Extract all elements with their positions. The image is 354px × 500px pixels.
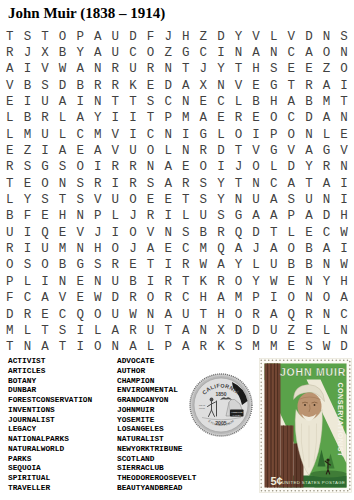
grid-cell: G [265, 143, 283, 159]
grid-cell: T [265, 225, 283, 241]
grid-cell: D [247, 323, 265, 339]
grid-cell: B [300, 241, 318, 257]
grid-cell: D [283, 159, 301, 175]
grid-cell: L [283, 225, 301, 241]
grid-cell: A [247, 208, 265, 224]
grid-cell: V [54, 290, 72, 306]
word-list-item: LOSANGELES [117, 425, 197, 435]
grid-cell: C [177, 241, 195, 257]
grid-cell: V [142, 225, 160, 241]
grid-cell: J [124, 241, 142, 257]
grid-cell: C [212, 94, 230, 110]
grid-cell: E [19, 176, 37, 192]
grid-cell: L [142, 339, 160, 355]
grid-cell: S [230, 339, 248, 355]
grid-cell: J [89, 225, 107, 241]
grid-cell: R [107, 61, 125, 77]
grid-cell: C [124, 45, 142, 61]
grid-cell: A [54, 94, 72, 110]
grid-cell: M [247, 339, 265, 355]
california-quarter-coin: YOSEMITE VALLEY JOHN MUIR CALIFORNIA 185… [189, 373, 253, 437]
grid-cell: J [230, 159, 248, 175]
grid-cell: E [283, 339, 301, 355]
grid-cell: T [1, 339, 19, 355]
grid-cell: S [283, 192, 301, 208]
grid-cell: R [142, 208, 160, 224]
grid-cell: U [124, 143, 142, 159]
grid-cell: L [230, 94, 248, 110]
grid-cell: J [247, 241, 265, 257]
grid-cell: A [265, 306, 283, 322]
grid-cell: N [177, 94, 195, 110]
grid-cell: O [318, 290, 336, 306]
grid-cell: C [265, 176, 283, 192]
worksheet-page: John Muir (1838 – 1914) TSTOPAUDFJHZDYVL… [0, 0, 354, 500]
coin-valley-text: VALLEY [232, 414, 241, 416]
grid-cell: Q [212, 241, 230, 257]
word-list-item: PARKS [8, 455, 92, 465]
grid-cell: R [1, 159, 19, 175]
grid-cell: S [212, 208, 230, 224]
grid-cell: R [318, 159, 336, 175]
grid-cell: C [335, 306, 353, 322]
grid-cell: U [107, 29, 125, 45]
grid-cell: S [195, 192, 213, 208]
grid-cell: R [124, 159, 142, 175]
grid-cell: V [247, 29, 265, 45]
grid-cell: D [1, 306, 19, 322]
grid-cell: T [335, 94, 353, 110]
grid-cell: A [36, 339, 54, 355]
grid-cell: S [71, 192, 89, 208]
grid-cell: O [89, 306, 107, 322]
grid-cell: F [1, 290, 19, 306]
grid-cell: S [177, 225, 195, 241]
grid-cell: A [283, 94, 301, 110]
grid-cell: Q [71, 306, 89, 322]
grid-cell: D [247, 225, 265, 241]
grid-cell: J [19, 45, 37, 61]
grid-cell: R [159, 274, 177, 290]
grid-cell: R [19, 306, 37, 322]
grid-cell: G [177, 45, 195, 61]
grid-cell: T [177, 61, 195, 77]
grid-cell: U [195, 208, 213, 224]
grid-cell: I [177, 127, 195, 143]
grid-cell: X [212, 323, 230, 339]
grid-cell: S [195, 176, 213, 192]
grid-cell: T [36, 323, 54, 339]
grid-cell: Z [19, 143, 37, 159]
grid-cell: C [195, 45, 213, 61]
grid-cell: A [159, 306, 177, 322]
grid-cell: D [300, 29, 318, 45]
grid-cell: I [36, 274, 54, 290]
grid-cell: R [195, 143, 213, 159]
grid-cell: I [71, 339, 89, 355]
grid-cell: P [159, 110, 177, 126]
grid-cell: P [89, 208, 107, 224]
grid-cell: U [1, 225, 19, 241]
grid-cell: E [71, 274, 89, 290]
grid-cell: W [54, 61, 72, 77]
grid-cell: M [318, 94, 336, 110]
word-list-item: ARTICLES [8, 367, 92, 377]
grid-cell: E [71, 143, 89, 159]
grid-cell: L [54, 127, 72, 143]
word-list-item: AUTHOR [117, 367, 197, 377]
grid-cell: V [89, 192, 107, 208]
grid-cell: S [89, 257, 107, 273]
grid-cell: Y [212, 61, 230, 77]
grid-cell: S [71, 176, 89, 192]
grid-cell: D [335, 339, 353, 355]
grid-cell: I [335, 176, 353, 192]
grid-cell: B [71, 78, 89, 94]
grid-cell: A [318, 110, 336, 126]
grid-cell: N [142, 159, 160, 175]
grid-cell: I [19, 94, 37, 110]
word-list-item: YOSEMITE [117, 416, 197, 426]
grid-cell: D [300, 110, 318, 126]
word-list-item: NEWYORKTRIBUNE [117, 445, 197, 455]
word-list-column-1: ACTIVISTARTICLESBOTANYDUNBARFORESTCONSER… [8, 357, 92, 494]
grid-cell: Y [300, 159, 318, 175]
grid-cell: I [89, 159, 107, 175]
grid-cell: T [195, 306, 213, 322]
grid-cell: E [159, 192, 177, 208]
grid-cell: R [142, 61, 160, 77]
grid-cell: R [107, 78, 125, 94]
word-list-item: SCOTLAND [117, 455, 197, 465]
word-list-item: NATURALIST [117, 435, 197, 445]
grid-cell: R [177, 257, 195, 273]
grid-cell: O [230, 306, 248, 322]
grid-cell: L [89, 323, 107, 339]
grid-cell: A [71, 61, 89, 77]
grid-cell: I [247, 127, 265, 143]
grid-cell: T [1, 29, 19, 45]
grid-cell: U [107, 45, 125, 61]
grid-cell: I [107, 225, 125, 241]
grid-cell: N [177, 143, 195, 159]
grid-cell: L [54, 110, 72, 126]
grid-cell: A [159, 159, 177, 175]
grid-cell: E [300, 225, 318, 241]
grid-cell: O [195, 159, 213, 175]
grid-cell: E [247, 110, 265, 126]
word-list-item: JOURNALIST [8, 416, 92, 426]
grid-cell: H [212, 306, 230, 322]
grid-cell: L [107, 208, 125, 224]
grid-cell: A [89, 143, 107, 159]
grid-cell: E [71, 290, 89, 306]
grid-cell: P [159, 339, 177, 355]
word-list-item: GRANDCANYON [117, 396, 197, 406]
grid-cell: Q [230, 225, 248, 241]
grid-cell: N [265, 45, 283, 61]
grid-cell: L [318, 127, 336, 143]
grid-cell: L [1, 127, 19, 143]
grid-cell: V [107, 127, 125, 143]
grid-cell: V [230, 78, 248, 94]
grid-cell: R [212, 274, 230, 290]
word-list-item: THEODOREROOSEVELT [117, 474, 197, 484]
grid-cell: T [36, 29, 54, 45]
grid-cell: E [142, 192, 160, 208]
grid-cell: O [107, 241, 125, 257]
grid-cell: E [159, 241, 177, 257]
grid-cell: O [230, 274, 248, 290]
grid-cell: R [247, 306, 265, 322]
grid-cell: G [71, 257, 89, 273]
grid-cell: O [283, 127, 301, 143]
stamp-title-text: JOHN MUIR [280, 366, 346, 378]
grid-cell: T [159, 323, 177, 339]
grid-cell: J [195, 61, 213, 77]
grid-cell: H [335, 208, 353, 224]
grid-cell: E [142, 78, 160, 94]
word-list-item: JOHNMUIR [117, 406, 197, 416]
grid-cell: N [335, 45, 353, 61]
grid-cell: I [36, 143, 54, 159]
grid-cell: E [36, 208, 54, 224]
grid-cell: B [19, 110, 37, 126]
grid-cell: L [265, 29, 283, 45]
grid-cell: O [124, 225, 142, 241]
word-list-item: DUNBAR [8, 386, 92, 396]
grid-cell: W [195, 257, 213, 273]
grid-cell: P [71, 29, 89, 45]
grid-cell: H [89, 241, 107, 257]
grid-cell: P [283, 208, 301, 224]
grid-cell: P [265, 127, 283, 143]
grid-cell: E [124, 257, 142, 273]
grid-cell: O [89, 339, 107, 355]
grid-cell: R [107, 257, 125, 273]
word-list-item: BOTANY [8, 377, 92, 387]
grid-cell: A [124, 339, 142, 355]
grid-cell: S [19, 159, 37, 175]
grid-cell: G [230, 208, 248, 224]
grid-cell: I [335, 241, 353, 257]
grid-cell: M [89, 127, 107, 143]
grid-cell: E [1, 143, 19, 159]
grid-cell: W [124, 306, 142, 322]
grid-cell: B [1, 208, 19, 224]
grid-cell: Y [318, 274, 336, 290]
grid-cell: T [283, 78, 301, 94]
grid-cell: E [283, 274, 301, 290]
grid-cell: A [159, 176, 177, 192]
grid-cell: J [124, 208, 142, 224]
grid-cell: O [283, 290, 301, 306]
grid-cell: C [159, 94, 177, 110]
word-list-item: SPIRITUAL [8, 474, 92, 484]
grid-cell: N [89, 61, 107, 77]
word-list-column-2: ADVOCATEAUTHORCHAMPIONENVIRONMENTALGRAND… [117, 357, 197, 494]
grid-cell: F [19, 208, 37, 224]
grid-cell: C [19, 290, 37, 306]
grid-cell: A [318, 78, 336, 94]
grid-cell: Z [195, 29, 213, 45]
grid-cell: S [19, 257, 37, 273]
grid-cell: T [54, 339, 72, 355]
grid-cell: V [247, 143, 265, 159]
grid-cell: I [19, 225, 37, 241]
grid-cell: U [142, 323, 160, 339]
grid-cell: D [159, 78, 177, 94]
grid-cell: A [318, 176, 336, 192]
grid-cell: D [318, 208, 336, 224]
grid-cell: A [1, 61, 19, 77]
grid-cell: C [71, 127, 89, 143]
grid-cell: B [283, 257, 301, 273]
grid-cell: N [230, 192, 248, 208]
grid-cell: E [1, 94, 19, 110]
grid-cell: B [54, 257, 72, 273]
grid-cell: N [54, 274, 72, 290]
word-list-item: BEAUTYANDBREAD [117, 484, 197, 494]
grid-cell: Q [283, 306, 301, 322]
grid-cell: L [318, 323, 336, 339]
grid-cell: A [265, 241, 283, 257]
grid-cell: M [195, 241, 213, 257]
grid-cell: A [89, 29, 107, 45]
grid-cell: O [247, 159, 265, 175]
grid-cell: U [107, 274, 125, 290]
grid-cell: A [265, 192, 283, 208]
grid-cell: O [142, 45, 160, 61]
grid-cell: E [195, 94, 213, 110]
grid-cell: B [300, 94, 318, 110]
grid-cell: H [265, 94, 283, 110]
grid-cell: U [36, 127, 54, 143]
grid-cell: C [177, 290, 195, 306]
grid-cell: G [36, 159, 54, 175]
grid-cell: U [36, 94, 54, 110]
grid-cell: I [212, 45, 230, 61]
grid-cell: W [265, 274, 283, 290]
grid-cell: I [159, 257, 177, 273]
grid-cell: B [19, 78, 37, 94]
grid-cell: S [36, 192, 54, 208]
grid-cell: I [19, 61, 37, 77]
grid-cell: R [212, 225, 230, 241]
grid-cell: F [142, 29, 160, 45]
grid-cell: O [124, 192, 142, 208]
grid-cell: S [54, 159, 72, 175]
grid-cell: O [230, 127, 248, 143]
grid-cell: S [335, 29, 353, 45]
grid-cell: N [247, 176, 265, 192]
grid-cell: K [124, 78, 142, 94]
grid-cell: M [230, 290, 248, 306]
word-list-item: ADVOCATE [117, 357, 197, 367]
grid-cell: A [247, 45, 265, 61]
grid-cell: S [54, 323, 72, 339]
grid-cell: N [318, 29, 336, 45]
grid-cell: G [195, 127, 213, 143]
grid-cell: O [1, 257, 19, 273]
grid-cell: I [107, 110, 125, 126]
grid-cell: N [230, 45, 248, 61]
grid-cell: O [36, 257, 54, 273]
grid-cell: T [142, 110, 160, 126]
grid-cell: A [212, 290, 230, 306]
grid-cell: V [1, 78, 19, 94]
word-list-item: ACTIVIST [8, 357, 92, 367]
grid-cell: E [335, 127, 353, 143]
grid-cell: A [177, 323, 195, 339]
grid-cell: R [300, 306, 318, 322]
grid-cell: X [195, 78, 213, 94]
grid-cell: C [283, 110, 301, 126]
grid-cell: Y [71, 45, 89, 61]
grid-cell: X [36, 45, 54, 61]
grid-cell: N [89, 274, 107, 290]
grid-cell: U [247, 192, 265, 208]
grid-cell: Y [230, 257, 248, 273]
grid-cell: S [19, 29, 37, 45]
word-list-item: SEQUOIA [8, 464, 92, 474]
grid-cell: U [124, 61, 142, 77]
grid-cell: A [335, 290, 353, 306]
grid-cell: Y [247, 274, 265, 290]
coin-muir-text: MUIR [199, 407, 205, 410]
john-muir-stamp: JOHN MUIR CONSERVATIONIST 5¢ UNITED STAT… [259, 358, 352, 493]
grid-cell: N [89, 94, 107, 110]
grid-cell: M [54, 241, 72, 257]
grid-cell: V [71, 225, 89, 241]
grid-cell: P [247, 290, 265, 306]
grid-cell: O [71, 159, 89, 175]
grid-cell: V [335, 143, 353, 159]
word-list-item: LEGACY [8, 425, 92, 435]
grid-cell: O [318, 45, 336, 61]
grid-cell: N [54, 176, 72, 192]
grid-cell: L [247, 257, 265, 273]
grid-cell: H [195, 290, 213, 306]
grid-cell: B [195, 225, 213, 241]
grid-cell: N [142, 306, 160, 322]
grid-cell: A [71, 110, 89, 126]
grid-cell: E [300, 61, 318, 77]
grid-cell: Y [89, 110, 107, 126]
grid-cell: H [54, 208, 72, 224]
grid-cell: T [230, 61, 248, 77]
grid-cell: I [107, 176, 125, 192]
grid-cell: S [265, 61, 283, 77]
grid-cell: U [107, 306, 125, 322]
grid-cell: R [177, 176, 195, 192]
grid-cell: A [300, 45, 318, 61]
grid-cell: C [318, 225, 336, 241]
grid-cell: A [230, 241, 248, 257]
grid-cell: T [300, 176, 318, 192]
grid-cell: L [19, 274, 37, 290]
grid-cell: N [159, 127, 177, 143]
grid-cell: T [1, 176, 19, 192]
grid-cell: A [177, 339, 195, 355]
grid-cell: L [177, 208, 195, 224]
grid-cell: M [1, 323, 19, 339]
grid-cell: I [142, 274, 160, 290]
grid-cell: I [335, 78, 353, 94]
grid-cell: R [300, 78, 318, 94]
grid-cell: R [107, 159, 125, 175]
grid-cell: A [283, 176, 301, 192]
